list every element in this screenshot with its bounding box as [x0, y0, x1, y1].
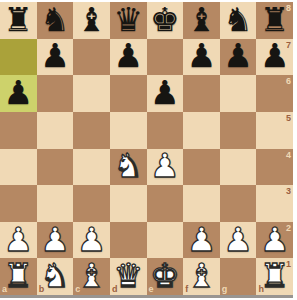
square-g3[interactable]	[220, 185, 257, 222]
rank-label-4: 4	[286, 151, 291, 160]
square-b8[interactable]: ♞	[37, 2, 74, 39]
black-pawn-b7[interactable]: ♟	[37, 39, 74, 75]
chess-app: ♜♞♝♛♚♝♞8♜♟♟♟♟7♟♟♟65♞♟43♟♟♟♟♟2♟a♜b♞c♝d♛e♚…	[0, 0, 297, 300]
rank-label-6: 6	[286, 77, 291, 86]
square-d8[interactable]: ♛	[110, 2, 147, 39]
square-g8[interactable]: ♞	[220, 2, 257, 39]
square-h4[interactable]: 4	[256, 149, 293, 186]
square-f1[interactable]: f♝	[183, 258, 220, 295]
square-c2[interactable]: ♟	[73, 222, 110, 259]
square-g4[interactable]	[220, 149, 257, 186]
file-label-g: g	[222, 285, 228, 294]
square-h5[interactable]: 5	[256, 112, 293, 149]
square-a4[interactable]	[0, 149, 37, 186]
square-d1[interactable]: d♛	[110, 258, 147, 295]
chess-board: ♜♞♝♛♚♝♞8♜♟♟♟♟7♟♟♟65♞♟43♟♟♟♟♟2♟a♜b♞c♝d♛e♚…	[0, 2, 293, 298]
square-e4[interactable]: ♟	[147, 149, 184, 186]
square-f5[interactable]	[183, 112, 220, 149]
square-f6[interactable]	[183, 75, 220, 112]
square-d5[interactable]	[110, 112, 147, 149]
square-e1[interactable]: e♚	[147, 258, 184, 295]
white-pawn-c2[interactable]: ♟	[73, 222, 110, 258]
square-c4[interactable]	[73, 149, 110, 186]
square-b1[interactable]: b♞	[37, 258, 74, 295]
rank-label-3: 3	[286, 187, 291, 196]
square-h2[interactable]: 2♟	[256, 222, 293, 259]
square-a6[interactable]: ♟	[0, 75, 37, 112]
square-a2[interactable]: ♟	[0, 222, 37, 259]
square-f8[interactable]: ♝	[183, 2, 220, 39]
square-f7[interactable]: ♟	[183, 39, 220, 76]
black-pawn-g7[interactable]: ♟	[220, 39, 257, 75]
white-rook-h1[interactable]: ♜	[256, 258, 293, 294]
white-pawn-f2[interactable]: ♟	[183, 222, 220, 258]
square-h6[interactable]: 6	[256, 75, 293, 112]
square-h7[interactable]: 7♟	[256, 39, 293, 76]
square-d4[interactable]: ♞	[110, 149, 147, 186]
black-pawn-d7[interactable]: ♟	[110, 39, 147, 75]
square-c6[interactable]	[73, 75, 110, 112]
square-d6[interactable]	[110, 75, 147, 112]
square-h1[interactable]: 1h♜	[256, 258, 293, 295]
black-pawn-f7[interactable]: ♟	[183, 39, 220, 75]
white-pawn-h2[interactable]: ♟	[256, 222, 293, 258]
white-pawn-b2[interactable]: ♟	[37, 222, 74, 258]
square-e6[interactable]: ♟	[147, 75, 184, 112]
square-f2[interactable]: ♟	[183, 222, 220, 259]
square-a3[interactable]	[0, 185, 37, 222]
square-c7[interactable]	[73, 39, 110, 76]
white-knight-d4[interactable]: ♞	[110, 149, 147, 185]
square-a1[interactable]: a♜	[0, 258, 37, 295]
white-pawn-g2[interactable]: ♟	[220, 222, 257, 258]
square-g5[interactable]	[220, 112, 257, 149]
square-b4[interactable]	[37, 149, 74, 186]
black-bishop-c8[interactable]: ♝	[73, 2, 110, 38]
square-c1[interactable]: c♝	[73, 258, 110, 295]
square-b6[interactable]	[37, 75, 74, 112]
black-rook-a8[interactable]: ♜	[0, 2, 37, 38]
square-g7[interactable]: ♟	[220, 39, 257, 76]
square-h3[interactable]: 3	[256, 185, 293, 222]
square-g1[interactable]: g	[220, 258, 257, 295]
black-rook-h8[interactable]: ♜	[256, 2, 293, 38]
square-h8[interactable]: 8♜	[256, 2, 293, 39]
white-knight-b1[interactable]: ♞	[37, 258, 74, 294]
square-d7[interactable]: ♟	[110, 39, 147, 76]
square-e8[interactable]: ♚	[147, 2, 184, 39]
square-b5[interactable]	[37, 112, 74, 149]
square-b3[interactable]	[37, 185, 74, 222]
square-f3[interactable]	[183, 185, 220, 222]
white-king-e1[interactable]: ♚	[147, 258, 184, 294]
square-f4[interactable]	[183, 149, 220, 186]
white-rook-a1[interactable]: ♜	[0, 258, 37, 294]
square-g6[interactable]	[220, 75, 257, 112]
black-knight-g8[interactable]: ♞	[220, 2, 257, 38]
white-pawn-e4[interactable]: ♟	[147, 149, 184, 185]
square-b2[interactable]: ♟	[37, 222, 74, 259]
black-king-e8[interactable]: ♚	[147, 2, 184, 38]
black-knight-b8[interactable]: ♞	[37, 2, 74, 38]
square-e3[interactable]	[147, 185, 184, 222]
rank-label-5: 5	[286, 114, 291, 123]
black-pawn-e6[interactable]: ♟	[147, 75, 184, 111]
black-pawn-h7[interactable]: ♟	[256, 39, 293, 75]
square-e5[interactable]	[147, 112, 184, 149]
square-a8[interactable]: ♜	[0, 2, 37, 39]
square-e7[interactable]	[147, 39, 184, 76]
square-e2[interactable]	[147, 222, 184, 259]
square-c5[interactable]	[73, 112, 110, 149]
white-bishop-f1[interactable]: ♝	[183, 258, 220, 294]
square-c3[interactable]	[73, 185, 110, 222]
square-g2[interactable]: ♟	[220, 222, 257, 259]
black-queen-d8[interactable]: ♛	[110, 2, 147, 38]
black-pawn-a6[interactable]: ♟	[0, 75, 37, 111]
black-bishop-f8[interactable]: ♝	[183, 2, 220, 38]
white-queen-d1[interactable]: ♛	[110, 258, 147, 294]
square-b7[interactable]: ♟	[37, 39, 74, 76]
white-bishop-c1[interactable]: ♝	[73, 258, 110, 294]
square-c8[interactable]: ♝	[73, 2, 110, 39]
white-pawn-a2[interactable]: ♟	[0, 222, 37, 258]
square-d2[interactable]	[110, 222, 147, 259]
square-d3[interactable]	[110, 185, 147, 222]
square-a7[interactable]	[0, 39, 37, 76]
square-a5[interactable]	[0, 112, 37, 149]
